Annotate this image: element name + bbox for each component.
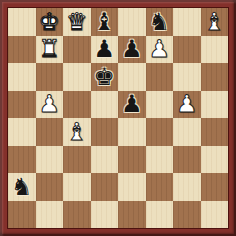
square-d1[interactable] [91,201,119,229]
square-d6[interactable]: ♚ [91,63,119,91]
square-b5[interactable]: ♟ [36,91,64,119]
white-bishop[interactable]: ♝ [203,10,225,34]
square-f4[interactable] [146,118,174,146]
square-e2[interactable] [118,173,146,201]
black-king[interactable]: ♚ [93,65,115,89]
square-a6[interactable] [8,63,36,91]
square-c2[interactable] [63,173,91,201]
square-d4[interactable] [91,118,119,146]
square-e5[interactable]: ♟ [118,91,146,119]
square-c3[interactable] [63,146,91,174]
square-g2[interactable] [173,173,201,201]
square-a4[interactable] [8,118,36,146]
square-e1[interactable] [118,201,146,229]
square-a1[interactable] [8,201,36,229]
square-g6[interactable] [173,63,201,91]
square-c8[interactable]: ♛ [63,8,91,36]
black-pawn[interactable]: ♟ [121,92,143,116]
square-e6[interactable] [118,63,146,91]
square-a7[interactable] [8,36,36,64]
chess-board: ♚♛♝♞♝♜♟♟♟♚♟♟♟♝♞ [8,8,228,228]
square-a8[interactable] [8,8,36,36]
square-h6[interactable] [201,63,229,91]
square-c5[interactable] [63,91,91,119]
square-e3[interactable] [118,146,146,174]
square-d8[interactable]: ♝ [91,8,119,36]
square-c4[interactable]: ♝ [63,118,91,146]
square-a5[interactable] [8,91,36,119]
square-d5[interactable] [91,91,119,119]
square-h4[interactable] [201,118,229,146]
white-pawn[interactable]: ♟ [148,37,170,61]
square-h3[interactable] [201,146,229,174]
square-c7[interactable] [63,36,91,64]
square-g3[interactable] [173,146,201,174]
square-b4[interactable] [36,118,64,146]
black-pawn[interactable]: ♟ [121,37,143,61]
square-b3[interactable] [36,146,64,174]
square-g1[interactable] [173,201,201,229]
square-g4[interactable] [173,118,201,146]
square-e8[interactable] [118,8,146,36]
square-f5[interactable] [146,91,174,119]
square-f1[interactable] [146,201,174,229]
square-b8[interactable]: ♚ [36,8,64,36]
square-h7[interactable] [201,36,229,64]
square-b6[interactable] [36,63,64,91]
square-a2[interactable]: ♞ [8,173,36,201]
square-h8[interactable]: ♝ [201,8,229,36]
square-d2[interactable] [91,173,119,201]
white-bishop[interactable]: ♝ [66,120,88,144]
white-rook[interactable]: ♜ [38,37,60,61]
black-knight[interactable]: ♞ [11,175,33,199]
square-h1[interactable] [201,201,229,229]
square-b2[interactable] [36,173,64,201]
square-d3[interactable] [91,146,119,174]
square-d7[interactable]: ♟ [91,36,119,64]
square-g5[interactable]: ♟ [173,91,201,119]
square-c1[interactable] [63,201,91,229]
square-c6[interactable] [63,63,91,91]
square-h5[interactable] [201,91,229,119]
black-pawn[interactable]: ♟ [93,37,115,61]
square-h2[interactable] [201,173,229,201]
square-f7[interactable]: ♟ [146,36,174,64]
white-pawn[interactable]: ♟ [176,92,198,116]
square-a3[interactable] [8,146,36,174]
board-frame: ♚♛♝♞♝♜♟♟♟♚♟♟♟♝♞ [0,0,236,236]
square-b7[interactable]: ♜ [36,36,64,64]
square-b1[interactable] [36,201,64,229]
square-e4[interactable] [118,118,146,146]
white-pawn[interactable]: ♟ [38,92,60,116]
square-f2[interactable] [146,173,174,201]
white-king[interactable]: ♚ [38,10,60,34]
white-queen[interactable]: ♛ [66,10,88,34]
square-f6[interactable] [146,63,174,91]
square-e7[interactable]: ♟ [118,36,146,64]
square-f8[interactable]: ♞ [146,8,174,36]
square-g7[interactable] [173,36,201,64]
square-f3[interactable] [146,146,174,174]
square-g8[interactable] [173,8,201,36]
black-knight[interactable]: ♞ [148,10,170,34]
black-bishop[interactable]: ♝ [93,10,115,34]
